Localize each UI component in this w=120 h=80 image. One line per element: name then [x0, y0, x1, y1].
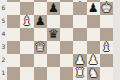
square-c4[interactable] [34, 28, 47, 41]
square-g3[interactable] [87, 41, 100, 54]
square-g1[interactable]: ♞ [87, 67, 100, 80]
square-b4[interactable] [20, 28, 33, 41]
square-h1[interactable] [100, 67, 113, 80]
black-queen-icon: ♛ [47, 28, 60, 41]
square-e2[interactable] [60, 54, 73, 67]
rank-label-2: 2 [0, 54, 7, 67]
rank-label-3: 3 [0, 41, 7, 54]
rank-label-1: 1 [0, 67, 7, 80]
square-a5[interactable] [7, 15, 20, 28]
square-f3[interactable] [73, 41, 86, 54]
square-h3[interactable]: ♝ [100, 41, 113, 54]
square-g2[interactable]: ♟ [87, 54, 100, 67]
rank-labels: 654321 [0, 0, 7, 80]
white-pawn-icon: ♟ [87, 54, 100, 67]
square-a1[interactable] [7, 67, 20, 80]
square-b2[interactable] [20, 54, 33, 67]
square-e6[interactable] [60, 2, 73, 15]
white-king-icon: ♚ [100, 2, 113, 15]
white-knight-icon: ♞ [87, 67, 100, 80]
square-f6[interactable] [73, 2, 86, 15]
square-g5[interactable] [87, 15, 100, 28]
square-d3[interactable] [47, 41, 60, 54]
square-d4[interactable]: ♛ [47, 28, 60, 41]
square-e3[interactable] [60, 41, 73, 54]
square-a4[interactable] [7, 28, 20, 41]
square-f4[interactable] [73, 28, 86, 41]
square-a2[interactable] [7, 54, 20, 67]
square-b5[interactable]: ♝ [20, 15, 33, 28]
square-a3[interactable] [7, 41, 20, 54]
square-g6[interactable]: ♟ [87, 2, 100, 15]
square-c3[interactable]: ♛ [34, 41, 47, 54]
black-pawn-icon: ♟ [47, 2, 60, 15]
square-d1[interactable] [47, 67, 60, 80]
white-pawn-icon: ♟ [73, 54, 86, 67]
board-right-margin [113, 0, 120, 80]
square-f5[interactable] [73, 15, 86, 28]
square-h4[interactable] [100, 28, 113, 41]
square-b3[interactable] [20, 41, 33, 54]
square-d5[interactable] [47, 15, 60, 28]
square-e1[interactable] [60, 67, 73, 80]
square-f1[interactable]: ♜ [73, 67, 86, 80]
square-f2[interactable]: ♟ [73, 54, 86, 67]
square-h6[interactable]: ♚ [100, 2, 113, 15]
square-c1[interactable] [34, 67, 47, 80]
square-d2[interactable] [47, 54, 60, 67]
square-b1[interactable] [20, 67, 33, 80]
square-g4[interactable] [87, 28, 100, 41]
white-bishop-icon: ♝ [20, 15, 33, 28]
white-queen-icon: ♛ [34, 41, 47, 54]
rank-label-4: 4 [0, 28, 7, 41]
chess-board: ♟♟♟♟♚♝♟♛♛♝♟♟♜♞ [7, 0, 113, 80]
square-d6[interactable]: ♟ [47, 2, 60, 15]
square-h5[interactable] [100, 15, 113, 28]
square-c5[interactable]: ♟ [34, 15, 47, 28]
white-rook-icon: ♜ [73, 67, 86, 80]
rank-label-6: 6 [0, 2, 7, 15]
square-h2[interactable] [100, 54, 113, 67]
square-e4[interactable] [60, 28, 73, 41]
black-pawn-icon: ♟ [87, 2, 100, 15]
square-c2[interactable] [34, 54, 47, 67]
square-c6[interactable] [34, 2, 47, 15]
rank-label-5: 5 [0, 15, 7, 28]
square-b6[interactable] [20, 2, 33, 15]
chess-diagram: 654321 ♟♟♟♟♚♝♟♛♛♝♟♟♜♞ [0, 0, 120, 80]
white-bishop-icon: ♝ [100, 41, 113, 54]
square-e5[interactable] [60, 15, 73, 28]
black-pawn-icon: ♟ [34, 15, 47, 28]
square-a6[interactable] [7, 2, 20, 15]
